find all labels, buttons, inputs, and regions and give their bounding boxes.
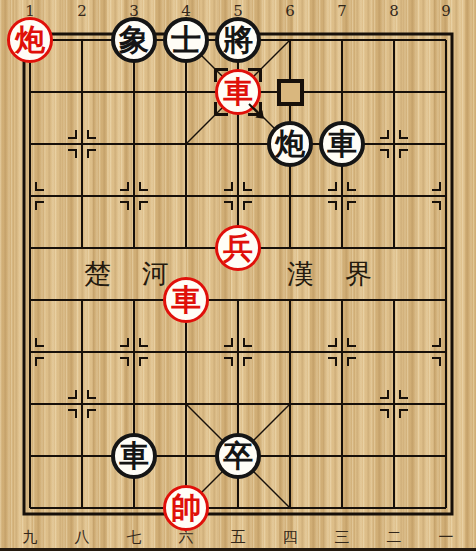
- black-elephant[interactable]: 象: [111, 17, 157, 63]
- black-chariot[interactable]: 車: [319, 121, 365, 167]
- black-general[interactable]: 將: [215, 17, 261, 63]
- xiangqi-board-screenshot: 123456789 九八七六五四三二一 楚河 漢界 炮象士將車炮車兵車車卒帥: [0, 0, 476, 551]
- red-chariot[interactable]: 車: [163, 277, 209, 323]
- red-cannon[interactable]: 炮: [7, 17, 53, 63]
- red-general[interactable]: 帥: [163, 485, 209, 531]
- black-chariot[interactable]: 車: [111, 433, 157, 479]
- black-soldier[interactable]: 卒: [215, 433, 261, 479]
- black-cannon[interactable]: 炮: [267, 121, 313, 167]
- last-move-from-marker: [277, 79, 304, 106]
- black-advisor[interactable]: 士: [163, 17, 209, 63]
- board-grid[interactable]: 炮象士將車炮車兵車車卒帥: [4, 14, 472, 534]
- red-soldier[interactable]: 兵: [215, 225, 261, 271]
